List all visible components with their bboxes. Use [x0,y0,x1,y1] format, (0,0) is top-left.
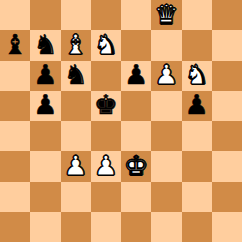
piece-white-knight-g6[interactable]: ♞ [185,61,209,88]
piece-black-pawn-b6[interactable]: ♟ [33,61,57,88]
square-f7[interactable] [151,30,181,60]
square-h1[interactable] [212,212,242,242]
square-c2[interactable] [61,182,91,212]
square-g4[interactable] [182,121,212,151]
square-e7[interactable] [121,30,151,60]
square-h8[interactable] [212,0,242,30]
square-e1[interactable] [121,212,151,242]
square-b2[interactable] [30,182,60,212]
square-b3[interactable] [30,151,60,181]
square-g3[interactable] [182,151,212,181]
piece-black-pawn-b5[interactable]: ♟ [33,91,57,118]
square-h2[interactable] [212,182,242,212]
square-a2[interactable] [0,182,30,212]
square-g7[interactable] [182,30,212,60]
square-d1[interactable] [91,212,121,242]
square-a5[interactable] [0,91,30,121]
square-e8[interactable] [121,0,151,30]
piece-black-knight-b7[interactable]: ♞ [33,31,57,58]
square-a8[interactable] [0,0,30,30]
square-f4[interactable] [151,121,181,151]
square-c3[interactable]: ♟ [61,151,91,181]
square-f1[interactable] [151,212,181,242]
square-b6[interactable]: ♟ [30,61,60,91]
square-g1[interactable] [182,212,212,242]
square-d8[interactable] [91,0,121,30]
piece-black-pawn-g5[interactable]: ♟ [185,91,209,118]
square-e3[interactable]: ♚ [121,151,151,181]
square-a4[interactable] [0,121,30,151]
square-h6[interactable] [212,61,242,91]
square-a7[interactable]: ♝ [0,30,30,60]
piece-white-bishop-c7[interactable]: ♝ [64,31,88,58]
square-c5[interactable] [61,91,91,121]
square-f5[interactable] [151,91,181,121]
piece-black-king-d5[interactable]: ♚ [94,91,118,118]
square-a6[interactable] [0,61,30,91]
piece-white-queen-f8[interactable]: ♛ [154,1,178,28]
piece-white-king-e3[interactable]: ♚ [124,152,148,179]
square-e5[interactable] [121,91,151,121]
square-e6[interactable]: ♟ [121,61,151,91]
square-b4[interactable] [30,121,60,151]
square-g5[interactable]: ♟ [182,91,212,121]
square-d3[interactable]: ♟ [91,151,121,181]
square-b1[interactable] [30,212,60,242]
square-h7[interactable] [212,30,242,60]
square-h3[interactable] [212,151,242,181]
square-f2[interactable] [151,182,181,212]
piece-black-bishop-a7[interactable]: ♝ [3,31,27,58]
chess-board: ♛♝♞♝♞♟♞♟♟♞♟♚♟♟♟♚ [0,0,242,242]
square-c4[interactable] [61,121,91,151]
square-b8[interactable] [30,0,60,30]
square-a3[interactable] [0,151,30,181]
piece-white-pawn-c3[interactable]: ♟ [64,152,88,179]
square-c6[interactable]: ♞ [61,61,91,91]
square-f6[interactable]: ♟ [151,61,181,91]
piece-white-knight-d7[interactable]: ♞ [94,31,118,58]
piece-white-pawn-d3[interactable]: ♟ [94,152,118,179]
piece-white-pawn-f6[interactable]: ♟ [154,61,178,88]
square-d6[interactable] [91,61,121,91]
square-h4[interactable] [212,121,242,151]
square-c7[interactable]: ♝ [61,30,91,60]
square-f8[interactable]: ♛ [151,0,181,30]
square-e4[interactable] [121,121,151,151]
square-f3[interactable] [151,151,181,181]
square-b5[interactable]: ♟ [30,91,60,121]
square-c1[interactable] [61,212,91,242]
square-d4[interactable] [91,121,121,151]
piece-black-pawn-e6[interactable]: ♟ [124,61,148,88]
square-h5[interactable] [212,91,242,121]
square-c8[interactable] [61,0,91,30]
square-d7[interactable]: ♞ [91,30,121,60]
square-g8[interactable] [182,0,212,30]
square-g6[interactable]: ♞ [182,61,212,91]
square-b7[interactable]: ♞ [30,30,60,60]
square-a1[interactable] [0,212,30,242]
square-d2[interactable] [91,182,121,212]
square-g2[interactable] [182,182,212,212]
piece-black-knight-c6[interactable]: ♞ [64,61,88,88]
square-d5[interactable]: ♚ [91,91,121,121]
square-e2[interactable] [121,182,151,212]
